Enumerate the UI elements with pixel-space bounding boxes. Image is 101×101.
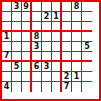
sudoku-cell-r6c1: 7	[2, 52, 12, 62]
sudoku-cell-r2c5: 2	[42, 12, 52, 22]
sudoku-cell-r4c5[interactable]	[42, 32, 52, 42]
sudoku-cell-r1c6[interactable]	[52, 2, 62, 12]
sudoku-cell-r6c3[interactable]	[22, 52, 32, 62]
sudoku-cell-r2c8[interactable]	[72, 12, 82, 22]
sudoku-cell-r7c8[interactable]	[72, 62, 82, 72]
sudoku-cell-r5c7[interactable]	[62, 42, 72, 52]
sudoku-cell-r9c2[interactable]	[12, 82, 22, 92]
sudoku-cell-r4c7[interactable]	[62, 32, 72, 42]
sudoku-cell-r2c2[interactable]	[12, 12, 22, 22]
sudoku-cell-r4c4: 8	[32, 32, 42, 42]
sudoku-cell-r1c5[interactable]	[42, 2, 52, 12]
sudoku-cell-r3c6[interactable]	[52, 22, 62, 32]
sudoku-cell-r5c4: 3	[32, 42, 42, 52]
sudoku-cell-r2c6: 1	[52, 12, 62, 22]
sudoku-cell-r2c3[interactable]	[22, 12, 32, 22]
sudoku-cell-r2c7[interactable]	[62, 12, 72, 22]
sudoku-cell-r7c6[interactable]	[52, 62, 62, 72]
sudoku-cell-r9c9[interactable]	[82, 82, 92, 92]
sudoku-cell-r4c9[interactable]	[82, 32, 92, 42]
sudoku-cell-r8c5[interactable]	[42, 72, 52, 82]
sudoku-cell-r6c4[interactable]	[32, 52, 42, 62]
sudoku-cell-r6c7[interactable]	[62, 52, 72, 62]
sudoku-cell-r9c7: 7	[62, 82, 72, 92]
sudoku-cell-r5c2[interactable]	[12, 42, 22, 52]
sudoku-cell-r7c7[interactable]	[62, 62, 72, 72]
sudoku-cell-r3c1[interactable]	[2, 22, 12, 32]
sudoku-cell-r4c2[interactable]	[12, 32, 22, 42]
sudoku-cell-r1c7[interactable]	[62, 2, 72, 12]
sudoku-cell-r8c4[interactable]	[32, 72, 42, 82]
sudoku-cell-r1c1[interactable]	[2, 2, 12, 12]
sudoku-cell-r6c2[interactable]	[12, 52, 22, 62]
sudoku-cell-r7c5: 3	[42, 62, 52, 72]
sudoku-cell-r4c8[interactable]	[72, 32, 82, 42]
sudoku-cell-r5c5[interactable]	[42, 42, 52, 52]
sudoku-cell-r3c3[interactable]	[22, 22, 32, 32]
sudoku-cell-r1c8: 8	[72, 2, 82, 12]
sudoku-board: 39821183575632147	[0, 0, 101, 101]
sudoku-cell-r3c4[interactable]	[32, 22, 42, 32]
sudoku-cell-r5c8[interactable]	[72, 42, 82, 52]
sudoku-cell-r1c4[interactable]	[32, 2, 42, 12]
sudoku-cell-r1c9[interactable]	[82, 2, 92, 12]
sudoku-cell-r9c1: 4	[2, 82, 12, 92]
sudoku-cell-r2c9[interactable]	[82, 12, 92, 22]
sudoku-cell-r8c2[interactable]	[12, 72, 22, 82]
sudoku-cell-r8c1[interactable]	[2, 72, 12, 82]
sudoku-cell-r8c7: 2	[62, 72, 72, 82]
sudoku-cell-r6c5[interactable]	[42, 52, 52, 62]
sudoku-cell-r5c9: 5	[82, 42, 92, 52]
sudoku-cell-r3c8[interactable]	[72, 22, 82, 32]
sudoku-cell-r7c2: 5	[12, 62, 22, 72]
sudoku-cell-r3c5[interactable]	[42, 22, 52, 32]
sudoku-cell-r9c5[interactable]	[42, 82, 52, 92]
sudoku-cell-r7c1[interactable]	[2, 62, 12, 72]
sudoku-cell-r1c2: 3	[12, 2, 22, 12]
sudoku-cell-r3c9[interactable]	[82, 22, 92, 32]
sudoku-cell-r3c7[interactable]	[62, 22, 72, 32]
sudoku-cell-r7c3[interactable]	[22, 62, 32, 72]
sudoku-cell-r4c3[interactable]	[22, 32, 32, 42]
sudoku-cell-r6c8[interactable]	[72, 52, 82, 62]
sudoku-cell-r7c9[interactable]	[82, 62, 92, 72]
sudoku-cell-r2c4[interactable]	[32, 12, 42, 22]
sudoku-cell-r9c6[interactable]	[52, 82, 62, 92]
sudoku-cell-r9c8[interactable]	[72, 82, 82, 92]
sudoku-cell-r8c9[interactable]	[82, 72, 92, 82]
sudoku-cell-r8c3[interactable]	[22, 72, 32, 82]
sudoku-cell-r6c9[interactable]	[82, 52, 92, 62]
sudoku-cell-r1c3: 9	[22, 2, 32, 12]
sudoku-cell-r3c2[interactable]	[12, 22, 22, 32]
sudoku-cell-r5c6[interactable]	[52, 42, 62, 52]
sudoku-cell-r4c1: 1	[2, 32, 12, 42]
sudoku-cell-r2c1[interactable]	[2, 12, 12, 22]
sudoku-cell-r6c6[interactable]	[52, 52, 62, 62]
sudoku-cell-r9c4[interactable]	[32, 82, 42, 92]
sudoku-cell-r8c8: 1	[72, 72, 82, 82]
sudoku-cell-r9c3[interactable]	[22, 82, 32, 92]
sudoku-cell-r5c3[interactable]	[22, 42, 32, 52]
sudoku-cell-r4c6[interactable]	[52, 32, 62, 42]
sudoku-cell-r7c4: 6	[32, 62, 42, 72]
sudoku-cell-r8c6[interactable]	[52, 72, 62, 82]
